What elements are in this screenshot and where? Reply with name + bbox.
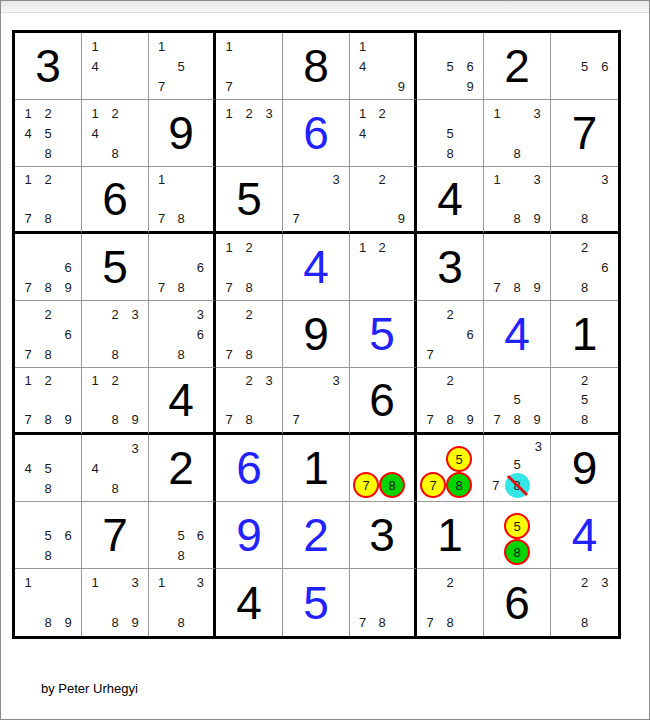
candidate-slot-2: 2 bbox=[105, 371, 125, 390]
cell-r3c2[interactable]: 6 bbox=[82, 167, 149, 234]
candidate-grid: 78 bbox=[350, 569, 414, 636]
candidate-slot-6: 6 bbox=[191, 525, 210, 545]
candidate-slot-4 bbox=[487, 513, 504, 539]
cell-r7c5[interactable]: 1 bbox=[283, 435, 350, 502]
candidate-slot-2 bbox=[440, 103, 460, 123]
candidate-slot-7 bbox=[18, 143, 38, 163]
candidate-slot-4 bbox=[18, 189, 38, 208]
cell-r3c5[interactable]: 37 bbox=[283, 167, 350, 234]
given-digit: 5 bbox=[236, 176, 262, 222]
cell-r1c3[interactable]: 157 bbox=[149, 33, 216, 100]
candidate-slot-4 bbox=[152, 592, 171, 612]
candidate-slot-7: 7 bbox=[420, 472, 446, 498]
candidate-slot-9: 9 bbox=[125, 410, 145, 429]
candidate-slot-5 bbox=[306, 390, 326, 409]
given-digit: 3 bbox=[35, 43, 61, 89]
candidate-8-highlight-green-circle: 8 bbox=[446, 472, 472, 498]
cell-r4c7[interactable]: 3 bbox=[417, 234, 484, 301]
cell-r1c7[interactable]: 569 bbox=[417, 33, 484, 100]
candidate-8: 8 bbox=[245, 413, 252, 426]
candidate-slot-5: 5 bbox=[574, 56, 594, 76]
candidate-slot-5 bbox=[171, 257, 190, 277]
cell-r6c7[interactable]: 2789 bbox=[417, 368, 484, 435]
candidate-8: 8 bbox=[177, 281, 184, 294]
candidate-slot-2: 2 bbox=[440, 304, 460, 324]
candidate-8: 8 bbox=[513, 212, 520, 225]
candidate-2: 2 bbox=[581, 241, 588, 254]
cell-r7c2[interactable]: 348 bbox=[82, 435, 149, 502]
sudoku-board: 3141571781495692561245812489123612458138… bbox=[12, 30, 621, 639]
candidate-slot-8: 8 bbox=[239, 344, 259, 364]
cell-r8c9[interactable]: 4 bbox=[551, 502, 618, 569]
cell-r9c3[interactable]: 138 bbox=[149, 569, 216, 636]
candidate-slot-5 bbox=[372, 123, 391, 143]
candidate-slot-1: 1 bbox=[152, 170, 171, 189]
candidate-slot-1: 1 bbox=[18, 572, 38, 592]
candidate-grid: 238 bbox=[82, 301, 148, 367]
candidate-slot-3 bbox=[58, 505, 78, 525]
candidate-slot-7 bbox=[85, 76, 105, 96]
candidate-7: 7 bbox=[24, 348, 31, 361]
candidate-slot-9 bbox=[58, 209, 78, 228]
candidate-slot-5: 5 bbox=[38, 458, 58, 478]
candidate-slot-5 bbox=[574, 257, 594, 277]
candidate-grid: 569 bbox=[417, 33, 483, 99]
candidate-slot-7: 7 bbox=[353, 472, 379, 498]
entered-digit: 4 bbox=[504, 311, 530, 357]
candidate-slot-5 bbox=[306, 189, 326, 208]
candidate-slot-6 bbox=[259, 257, 279, 277]
candidate-6: 6 bbox=[64, 261, 71, 274]
candidate-slot-8: 8 bbox=[38, 277, 58, 297]
cell-r3c4[interactable]: 5 bbox=[216, 167, 283, 234]
candidate-slot-9 bbox=[392, 143, 411, 163]
candidate-grid: 267 bbox=[417, 301, 483, 367]
cell-r8c1[interactable]: 568 bbox=[15, 502, 82, 569]
cell-r7c6[interactable]: 78 bbox=[350, 435, 417, 502]
candidate-slot-8 bbox=[239, 143, 259, 163]
candidate-slot-7 bbox=[85, 410, 105, 429]
candidate-grid: 578 bbox=[417, 435, 483, 501]
candidate-5: 5 bbox=[44, 529, 51, 542]
candidate-slot-3 bbox=[392, 170, 411, 189]
cell-r9c2[interactable]: 1389 bbox=[82, 569, 149, 636]
cell-r7c9[interactable]: 9 bbox=[551, 435, 618, 502]
cell-r8c3[interactable]: 568 bbox=[149, 502, 216, 569]
cell-r8c5[interactable]: 2 bbox=[283, 502, 350, 569]
candidate-slot-4 bbox=[420, 390, 440, 409]
candidate-slot-4 bbox=[554, 56, 574, 76]
given-digit: 1 bbox=[437, 512, 463, 558]
candidate-slot-5 bbox=[239, 257, 259, 277]
candidate-grid: 124 bbox=[350, 100, 414, 166]
cell-r6c2[interactable]: 1289 bbox=[82, 368, 149, 435]
candidate-grid: 1278 bbox=[216, 234, 282, 300]
cell-r9c5[interactable]: 5 bbox=[283, 569, 350, 636]
cell-r8c6[interactable]: 3 bbox=[350, 502, 417, 569]
given-digit: 3 bbox=[369, 512, 395, 558]
candidate-slot-2: 2 bbox=[574, 572, 594, 592]
candidate-slot-6 bbox=[392, 56, 411, 76]
candidate-8: 8 bbox=[44, 549, 51, 562]
candidate-slot-2 bbox=[38, 237, 58, 257]
candidate-2: 2 bbox=[44, 374, 51, 387]
candidate-slot-7 bbox=[353, 143, 372, 163]
candidate-grid: 278 bbox=[216, 301, 282, 367]
cell-r5c8[interactable]: 4 bbox=[484, 301, 551, 368]
cell-r4c1[interactable]: 6789 bbox=[15, 234, 82, 301]
candidate-3: 3 bbox=[533, 107, 540, 120]
candidate-slot-4 bbox=[487, 456, 505, 474]
candidate-slot-1: 1 bbox=[219, 36, 239, 56]
candidate-slot-1: 1 bbox=[353, 103, 372, 123]
candidate-8: 8 bbox=[177, 549, 184, 562]
candidate-slot-5: 5 bbox=[507, 390, 527, 409]
candidate-7: 7 bbox=[158, 281, 165, 294]
cell-r1c5[interactable]: 8 bbox=[283, 33, 350, 100]
cell-r1c4[interactable]: 17 bbox=[216, 33, 283, 100]
candidate-3: 3 bbox=[265, 107, 272, 120]
cell-r8c4[interactable]: 9 bbox=[216, 502, 283, 569]
candidate-5: 5 bbox=[581, 393, 588, 406]
candidate-slot-9: 9 bbox=[392, 209, 411, 228]
cell-r2c2[interactable]: 1248 bbox=[82, 100, 149, 167]
cell-r5c1[interactable]: 2678 bbox=[15, 301, 82, 368]
candidate-slot-9: 9 bbox=[58, 613, 78, 633]
candidate-slot-4 bbox=[554, 390, 574, 409]
candidate-4: 4 bbox=[24, 462, 31, 475]
candidate-slot-6 bbox=[259, 390, 279, 409]
cell-r4c8[interactable]: 789 bbox=[484, 234, 551, 301]
given-digit: 1 bbox=[572, 311, 598, 357]
candidate-8: 8 bbox=[245, 348, 252, 361]
candidate-grid: 1389 bbox=[82, 569, 148, 636]
cell-r7c7[interactable]: 578 bbox=[417, 435, 484, 502]
cell-r7c4[interactable]: 6 bbox=[216, 435, 283, 502]
candidate-5: 5 bbox=[44, 127, 51, 140]
candidate-slot-2 bbox=[171, 36, 190, 56]
candidate-slot-2: 2 bbox=[239, 103, 259, 123]
cell-r7c1[interactable]: 458 bbox=[15, 435, 82, 502]
candidate-slot-9 bbox=[58, 344, 78, 364]
cell-r5c4[interactable]: 278 bbox=[216, 301, 283, 368]
candidate-slot-8 bbox=[306, 410, 326, 429]
candidate-slot-3 bbox=[191, 505, 210, 525]
candidate-slot-2 bbox=[38, 505, 58, 525]
candidate-slot-7: 7 bbox=[487, 410, 507, 429]
candidate-8: 8 bbox=[581, 212, 588, 225]
candidate-9: 9 bbox=[466, 413, 473, 426]
candidate-2: 2 bbox=[245, 241, 252, 254]
cell-r3c7[interactable]: 4 bbox=[417, 167, 484, 234]
candidate-slot-5: 5 bbox=[38, 123, 58, 143]
candidate-grid: 568 bbox=[149, 502, 213, 568]
candidate-slot-1: 1 bbox=[85, 36, 105, 56]
cell-r5c2[interactable]: 238 bbox=[82, 301, 149, 368]
candidate-3: 3 bbox=[197, 576, 204, 589]
candidate-3: 3 bbox=[131, 576, 138, 589]
candidate-slot-4 bbox=[152, 56, 171, 76]
cell-r6c1[interactable]: 12789 bbox=[15, 368, 82, 435]
cell-r8c8[interactable]: 58 bbox=[484, 502, 551, 569]
candidate-slot-3 bbox=[392, 572, 411, 592]
candidate-slot-7 bbox=[487, 143, 507, 163]
candidate-slot-6 bbox=[191, 592, 210, 612]
candidate-grid: 56 bbox=[551, 33, 618, 99]
candidate-slot-9: 9 bbox=[527, 410, 547, 429]
cell-r3c9[interactable]: 38 bbox=[551, 167, 618, 234]
candidate-slot-1: 1 bbox=[219, 237, 239, 257]
cell-r2c7[interactable]: 58 bbox=[417, 100, 484, 167]
cell-r2c9[interactable]: 7 bbox=[551, 100, 618, 167]
candidate-slot-1 bbox=[18, 304, 38, 324]
candidate-4: 4 bbox=[91, 462, 98, 475]
candidate-slot-6 bbox=[472, 446, 480, 472]
candidate-5: 5 bbox=[513, 393, 520, 406]
entered-digit: 4 bbox=[572, 512, 598, 558]
candidate-slot-1 bbox=[353, 170, 372, 189]
candidate-6: 6 bbox=[197, 529, 204, 542]
candidate-8: 8 bbox=[44, 147, 51, 160]
candidate-5: 5 bbox=[446, 60, 453, 73]
given-digit: 4 bbox=[236, 580, 262, 626]
given-digit: 9 bbox=[572, 445, 598, 491]
candidate-slot-9 bbox=[125, 76, 145, 96]
candidate-slot-9: 9 bbox=[527, 209, 547, 228]
candidate-slot-8: 8 bbox=[38, 410, 58, 429]
cell-r9c6[interactable]: 78 bbox=[350, 569, 417, 636]
candidate-slot-1 bbox=[152, 304, 171, 324]
candidate-slot-1 bbox=[353, 438, 379, 455]
candidate-slot-2: 2 bbox=[38, 304, 58, 324]
candidate-grid: 14 bbox=[82, 33, 148, 99]
candidate-slot-5 bbox=[38, 390, 58, 409]
candidate-slot-8 bbox=[574, 76, 594, 96]
candidate-slot-9 bbox=[530, 539, 547, 565]
candidate-1: 1 bbox=[359, 107, 366, 120]
cell-r6c8[interactable]: 5789 bbox=[484, 368, 551, 435]
candidate-slot-4: 4 bbox=[353, 123, 372, 143]
cell-r2c1[interactable]: 12458 bbox=[15, 100, 82, 167]
candidate-slot-7: 7 bbox=[420, 344, 440, 364]
candidate-grid: 678 bbox=[149, 234, 213, 300]
candidate-slot-2 bbox=[504, 505, 530, 513]
cell-r7c8[interactable]: 3578 bbox=[484, 435, 551, 502]
candidate-slot-9: 9 bbox=[527, 277, 547, 297]
candidate-slot-8: 8 bbox=[171, 344, 190, 364]
candidate-grid: 138 bbox=[149, 569, 213, 636]
cell-r3c6[interactable]: 29 bbox=[350, 167, 417, 234]
candidate-slot-8: 8 bbox=[504, 539, 530, 565]
candidate-slot-6 bbox=[125, 56, 145, 76]
candidate-7: 7 bbox=[493, 413, 500, 426]
candidate-slot-3 bbox=[460, 371, 480, 390]
candidate-slot-6 bbox=[527, 390, 547, 409]
candidate-slot-8: 8 bbox=[440, 410, 460, 429]
app-window: 3141571781495692561245812489123612458138… bbox=[0, 0, 650, 720]
cell-r8c2[interactable]: 7 bbox=[82, 502, 149, 569]
cell-r1c2[interactable]: 14 bbox=[82, 33, 149, 100]
candidate-slot-1 bbox=[554, 237, 574, 257]
candidate-2: 2 bbox=[446, 374, 453, 387]
candidate-slot-3 bbox=[58, 237, 78, 257]
candidate-slot-1: 1 bbox=[219, 103, 239, 123]
candidate-slot-4: 4 bbox=[85, 56, 105, 76]
cell-r9c4[interactable]: 4 bbox=[216, 569, 283, 636]
candidate-slot-7: 7 bbox=[487, 277, 507, 297]
entered-digit: 9 bbox=[236, 512, 262, 558]
candidate-5: 5 bbox=[581, 60, 588, 73]
candidate-slot-1: 1 bbox=[152, 572, 171, 592]
candidate-1: 1 bbox=[493, 173, 500, 186]
candidate-6: 6 bbox=[601, 261, 608, 274]
candidate-slot-3 bbox=[191, 237, 210, 257]
candidate-slot-6: 6 bbox=[58, 525, 78, 545]
candidate-9: 9 bbox=[64, 413, 71, 426]
candidate-4: 4 bbox=[91, 60, 98, 73]
candidate-slot-6 bbox=[259, 123, 279, 143]
candidate-slot-6 bbox=[530, 456, 548, 474]
candidate-slot-5 bbox=[171, 189, 190, 208]
candidate-8: 8 bbox=[177, 212, 184, 225]
candidate-slot-9 bbox=[191, 545, 210, 565]
candidate-slot-4 bbox=[152, 189, 171, 208]
candidate-8: 8 bbox=[44, 482, 51, 495]
candidate-slot-1 bbox=[420, 438, 446, 446]
candidate-slot-3: 3 bbox=[530, 438, 548, 456]
candidate-slot-1 bbox=[353, 572, 372, 592]
candidate-slot-7: 7 bbox=[487, 473, 505, 498]
candidate-slot-5: 5 bbox=[171, 56, 190, 76]
candidate-slot-8: 8 bbox=[38, 613, 58, 633]
candidate-slot-1 bbox=[554, 170, 574, 189]
cell-r1c1[interactable]: 3 bbox=[15, 33, 82, 100]
candidate-slot-3 bbox=[259, 36, 279, 56]
candidate-slot-7: 7 bbox=[420, 410, 440, 429]
candidate-4: 4 bbox=[91, 127, 98, 140]
cell-r9c9[interactable]: 238 bbox=[551, 569, 618, 636]
candidate-2: 2 bbox=[581, 374, 588, 387]
candidate-slot-2 bbox=[507, 103, 527, 123]
cell-r5c7[interactable]: 267 bbox=[417, 301, 484, 368]
candidate-slot-5 bbox=[440, 390, 460, 409]
cell-r5c9[interactable]: 1 bbox=[551, 301, 618, 368]
cell-r9c7[interactable]: 278 bbox=[417, 569, 484, 636]
cell-r2c6[interactable]: 124 bbox=[350, 100, 417, 167]
cell-r3c1[interactable]: 1278 bbox=[15, 167, 82, 234]
candidate-grid: 348 bbox=[82, 435, 148, 501]
candidate-slot-3: 3 bbox=[259, 103, 279, 123]
candidate-slot-5: 5 bbox=[440, 123, 460, 143]
cell-r2c8[interactable]: 138 bbox=[484, 100, 551, 167]
candidate-1: 1 bbox=[225, 107, 232, 120]
candidate-slot-3 bbox=[125, 36, 145, 56]
cell-r1c9[interactable]: 56 bbox=[551, 33, 618, 100]
candidate-slot-1 bbox=[420, 103, 440, 123]
candidate-9: 9 bbox=[466, 80, 473, 93]
cell-r4c5[interactable]: 4 bbox=[283, 234, 350, 301]
candidate-slot-4 bbox=[420, 592, 440, 612]
cell-r4c4[interactable]: 1278 bbox=[216, 234, 283, 301]
candidate-slot-4 bbox=[219, 123, 239, 143]
candidate-slot-5 bbox=[379, 455, 405, 472]
candidate-slot-2: 2 bbox=[574, 237, 594, 257]
cell-r4c6[interactable]: 12 bbox=[350, 234, 417, 301]
candidate-slot-4 bbox=[85, 592, 105, 612]
cell-r1c6[interactable]: 149 bbox=[350, 33, 417, 100]
cell-r4c2[interactable]: 5 bbox=[82, 234, 149, 301]
candidate-grid: 38 bbox=[551, 167, 618, 231]
candidate-slot-8: 8 bbox=[574, 209, 594, 228]
cell-r4c3[interactable]: 678 bbox=[149, 234, 216, 301]
candidate-slot-5 bbox=[239, 390, 259, 409]
candidate-slot-9 bbox=[595, 613, 615, 633]
cell-r5c5[interactable]: 9 bbox=[283, 301, 350, 368]
candidate-slot-5 bbox=[372, 56, 391, 76]
candidate-slot-4 bbox=[18, 390, 38, 409]
candidate-7: 7 bbox=[24, 212, 31, 225]
candidate-slot-2 bbox=[507, 170, 527, 189]
candidate-6: 6 bbox=[64, 529, 71, 542]
candidate-1: 1 bbox=[158, 173, 165, 186]
cell-r6c3[interactable]: 4 bbox=[149, 368, 216, 435]
cell-r6c5[interactable]: 37 bbox=[283, 368, 350, 435]
cell-r3c8[interactable]: 1389 bbox=[484, 167, 551, 234]
candidate-slot-6 bbox=[595, 592, 615, 612]
cell-r1c8[interactable]: 2 bbox=[484, 33, 551, 100]
cell-r9c8[interactable]: 6 bbox=[484, 569, 551, 636]
candidate-slot-1 bbox=[487, 438, 505, 456]
candidate-slot-2 bbox=[372, 36, 391, 56]
candidate-slot-5: 5 bbox=[574, 390, 594, 409]
cell-r2c3[interactable]: 9 bbox=[149, 100, 216, 167]
candidate-grid: 1289 bbox=[82, 368, 148, 432]
candidate-9: 9 bbox=[533, 281, 540, 294]
candidate-slot-1 bbox=[487, 371, 507, 390]
cell-r2c4[interactable]: 123 bbox=[216, 100, 283, 167]
candidate-1: 1 bbox=[24, 576, 31, 589]
cell-r3c3[interactable]: 178 bbox=[149, 167, 216, 234]
candidate-2: 2 bbox=[111, 374, 118, 387]
cell-r5c3[interactable]: 368 bbox=[149, 301, 216, 368]
cell-r6c9[interactable]: 258 bbox=[551, 368, 618, 435]
candidate-1: 1 bbox=[24, 374, 31, 387]
cell-r6c6[interactable]: 6 bbox=[350, 368, 417, 435]
candidate-slot-2 bbox=[372, 572, 391, 592]
candidate-grid: 1248 bbox=[82, 100, 148, 166]
candidate-slot-9 bbox=[259, 76, 279, 96]
cell-r9c1[interactable]: 189 bbox=[15, 569, 82, 636]
candidate-grid: 58 bbox=[417, 100, 483, 166]
cell-r8c7[interactable]: 1 bbox=[417, 502, 484, 569]
candidate-slot-2 bbox=[505, 438, 530, 456]
cell-r5c6[interactable]: 5 bbox=[350, 301, 417, 368]
cell-r2c5[interactable]: 6 bbox=[283, 100, 350, 167]
candidate-2: 2 bbox=[245, 308, 252, 321]
candidate-slot-4 bbox=[152, 257, 171, 277]
cell-r6c4[interactable]: 2378 bbox=[216, 368, 283, 435]
candidate-slot-4 bbox=[554, 257, 574, 277]
candidate-slot-2: 2 bbox=[372, 237, 391, 257]
candidate-slot-7: 7 bbox=[420, 613, 440, 633]
candidate-slot-8: 8 bbox=[38, 478, 58, 498]
candidate-8: 8 bbox=[446, 413, 453, 426]
candidate-9: 9 bbox=[398, 212, 405, 225]
cell-r7c3[interactable]: 2 bbox=[149, 435, 216, 502]
candidate-slot-1 bbox=[487, 237, 507, 257]
candidate-3: 3 bbox=[197, 308, 204, 321]
cell-r4c9[interactable]: 268 bbox=[551, 234, 618, 301]
